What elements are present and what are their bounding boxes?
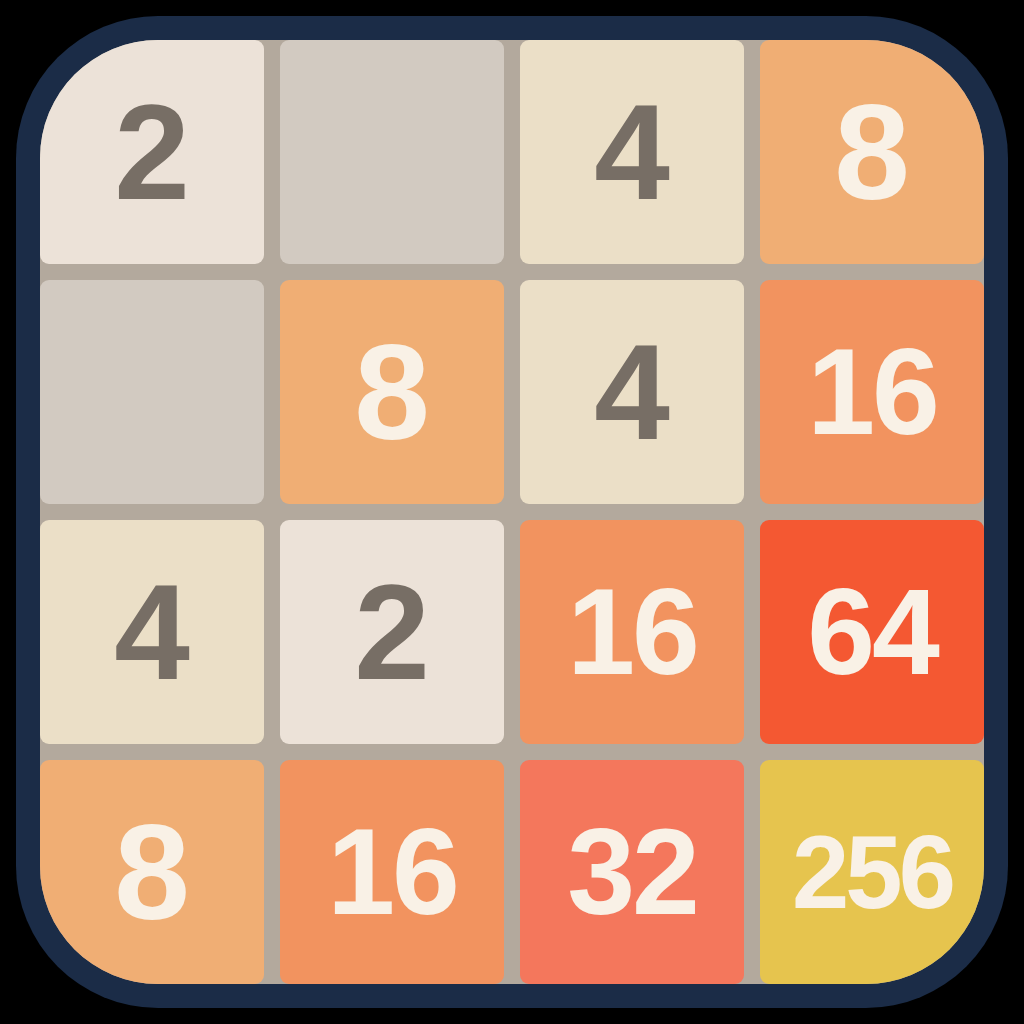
tile-16-r2c4: 16 [760, 280, 984, 504]
empty-cell-r2c1 [40, 280, 264, 504]
tile-2-r3c2: 2 [280, 520, 504, 744]
tile-8-r2c2: 8 [280, 280, 504, 504]
game-board[interactable]: 248841642166481632256 [40, 40, 984, 984]
app-icon-2048: 248841642166481632256 [0, 0, 1024, 1024]
tile-4-r2c3: 4 [520, 280, 744, 504]
tile-8-r1c4: 8 [760, 40, 984, 264]
tile-256-r4c4: 256 [760, 760, 984, 984]
tile-64-r3c4: 64 [760, 520, 984, 744]
tile-16-r4c2: 16 [280, 760, 504, 984]
tile-8-r4c1: 8 [40, 760, 264, 984]
tile-2-r1c1: 2 [40, 40, 264, 264]
tile-4-r1c3: 4 [520, 40, 744, 264]
tile-32-r4c3: 32 [520, 760, 744, 984]
empty-cell-r1c2 [280, 40, 504, 264]
board-frame: 248841642166481632256 [16, 16, 1008, 1008]
tile-16-r3c3: 16 [520, 520, 744, 744]
tile-4-r3c1: 4 [40, 520, 264, 744]
